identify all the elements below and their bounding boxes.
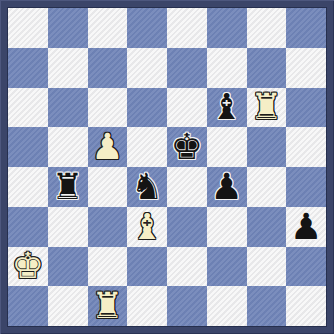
square-g6[interactable]: ♜ [247, 88, 287, 128]
square-b3[interactable] [48, 207, 88, 247]
square-b5[interactable] [48, 127, 88, 167]
square-b2[interactable] [48, 247, 88, 287]
square-c2[interactable] [88, 247, 128, 287]
square-h3[interactable]: ♟ [286, 207, 326, 247]
square-f2[interactable] [207, 247, 247, 287]
square-c5[interactable]: ♟ [88, 127, 128, 167]
square-g4[interactable] [247, 167, 287, 207]
square-h2[interactable] [286, 247, 326, 287]
square-c6[interactable] [88, 88, 128, 128]
square-b7[interactable] [48, 48, 88, 88]
piece-black-pawn[interactable]: ♟ [210, 169, 242, 205]
piece-white-rook[interactable]: ♜ [91, 288, 123, 324]
square-a1[interactable] [8, 286, 48, 326]
piece-black-knight[interactable]: ♞ [131, 169, 163, 205]
square-e2[interactable] [167, 247, 207, 287]
square-f6[interactable]: ♝ [207, 88, 247, 128]
square-c3[interactable] [88, 207, 128, 247]
square-g2[interactable] [247, 247, 287, 287]
square-a5[interactable] [8, 127, 48, 167]
piece-black-pawn[interactable]: ♟ [290, 209, 322, 245]
square-a4[interactable] [8, 167, 48, 207]
square-g1[interactable] [247, 286, 287, 326]
square-h8[interactable] [286, 8, 326, 48]
square-a8[interactable] [8, 8, 48, 48]
square-a3[interactable] [8, 207, 48, 247]
square-d7[interactable] [127, 48, 167, 88]
square-c7[interactable] [88, 48, 128, 88]
piece-black-rook[interactable]: ♜ [51, 169, 83, 205]
square-d3[interactable]: ♝ [127, 207, 167, 247]
piece-white-pawn[interactable]: ♟ [91, 129, 123, 165]
square-g3[interactable] [247, 207, 287, 247]
square-c8[interactable] [88, 8, 128, 48]
piece-white-rook[interactable]: ♜ [250, 89, 282, 125]
square-d2[interactable] [127, 247, 167, 287]
square-e7[interactable] [167, 48, 207, 88]
square-f8[interactable] [207, 8, 247, 48]
square-c1[interactable]: ♜ [88, 286, 128, 326]
piece-white-bishop[interactable]: ♝ [131, 209, 163, 245]
square-f1[interactable] [207, 286, 247, 326]
board-frame: ♝♜♟♚♜♞♟♝♟♚♜ [0, 0, 334, 334]
square-f5[interactable] [207, 127, 247, 167]
square-g5[interactable] [247, 127, 287, 167]
piece-white-king[interactable]: ♚ [12, 248, 44, 284]
square-a7[interactable] [8, 48, 48, 88]
square-h5[interactable] [286, 127, 326, 167]
square-a6[interactable] [8, 88, 48, 128]
square-g7[interactable] [247, 48, 287, 88]
square-e8[interactable] [167, 8, 207, 48]
square-d8[interactable] [127, 8, 167, 48]
square-c4[interactable] [88, 167, 128, 207]
square-e6[interactable] [167, 88, 207, 128]
square-b6[interactable] [48, 88, 88, 128]
piece-black-king[interactable]: ♚ [171, 129, 203, 165]
square-e3[interactable] [167, 207, 207, 247]
square-d5[interactable] [127, 127, 167, 167]
square-d6[interactable] [127, 88, 167, 128]
square-h7[interactable] [286, 48, 326, 88]
square-h1[interactable] [286, 286, 326, 326]
square-f4[interactable]: ♟ [207, 167, 247, 207]
square-e4[interactable] [167, 167, 207, 207]
square-b1[interactable] [48, 286, 88, 326]
square-h4[interactable] [286, 167, 326, 207]
square-b4[interactable]: ♜ [48, 167, 88, 207]
square-d1[interactable] [127, 286, 167, 326]
square-f3[interactable] [207, 207, 247, 247]
square-b8[interactable] [48, 8, 88, 48]
square-g8[interactable] [247, 8, 287, 48]
square-a2[interactable]: ♚ [8, 247, 48, 287]
piece-black-bishop[interactable]: ♝ [210, 89, 242, 125]
square-e1[interactable] [167, 286, 207, 326]
square-e5[interactable]: ♚ [167, 127, 207, 167]
square-f7[interactable] [207, 48, 247, 88]
chess-board: ♝♜♟♚♜♞♟♝♟♚♜ [8, 8, 326, 326]
square-h6[interactable] [286, 88, 326, 128]
square-d4[interactable]: ♞ [127, 167, 167, 207]
